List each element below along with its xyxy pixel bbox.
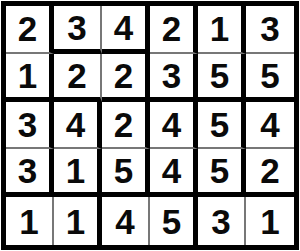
cell-value: 3 bbox=[211, 204, 230, 239]
cell-value: 3 bbox=[67, 10, 86, 45]
cell-r1c5[interactable]: 1 bbox=[198, 6, 246, 54]
cell-r2c4[interactable]: 3 bbox=[150, 54, 198, 102]
cell-value: 4 bbox=[114, 10, 133, 45]
cell-r5c2[interactable]: 1 bbox=[54, 197, 102, 245]
dominosa-board: 234213122355342454315452114531 bbox=[1, 1, 299, 250]
cell-r3c6[interactable]: 4 bbox=[246, 102, 294, 150]
cell-value: 2 bbox=[67, 58, 86, 93]
cell-r2c5[interactable]: 5 bbox=[198, 54, 246, 102]
cell-r3c1[interactable]: 3 bbox=[6, 102, 54, 150]
cell-value: 5 bbox=[210, 153, 229, 188]
cell-value: 3 bbox=[18, 107, 37, 142]
cell-r1c4[interactable]: 2 bbox=[150, 6, 198, 54]
cell-value: 4 bbox=[162, 153, 181, 188]
cell-r5c5[interactable]: 3 bbox=[198, 197, 246, 245]
cell-value: 3 bbox=[260, 11, 279, 46]
cell-value: 3 bbox=[162, 58, 181, 93]
cell-value: 2 bbox=[260, 153, 279, 188]
cell-r3c2[interactable]: 4 bbox=[54, 102, 102, 150]
cell-r4c2[interactable]: 1 bbox=[54, 149, 102, 197]
cell-r3c5[interactable]: 5 bbox=[198, 102, 246, 150]
cell-r5c4[interactable]: 5 bbox=[150, 197, 198, 245]
dominosa-diagram: 234213122355342454315452114531 bbox=[0, 0, 300, 251]
cell-r2c6[interactable]: 5 bbox=[246, 54, 294, 102]
cell-r5c3[interactable]: 4 bbox=[102, 197, 150, 245]
cell-r1c2[interactable]: 3 bbox=[54, 6, 102, 54]
cell-value: 2 bbox=[114, 107, 133, 142]
cell-value: 1 bbox=[19, 204, 38, 239]
cell-value: 1 bbox=[18, 58, 37, 93]
cell-value: 1 bbox=[210, 11, 229, 46]
cell-r3c3[interactable]: 2 bbox=[102, 102, 150, 150]
cell-value: 2 bbox=[18, 11, 37, 46]
cell-value: 5 bbox=[260, 58, 279, 93]
cell-value: 4 bbox=[115, 204, 134, 239]
cell-r2c2[interactable]: 2 bbox=[54, 54, 102, 102]
cell-r5c6[interactable]: 1 bbox=[246, 197, 294, 245]
cell-value: 5 bbox=[210, 107, 229, 142]
cell-r1c3[interactable]: 4 bbox=[102, 6, 150, 54]
cell-value: 5 bbox=[210, 58, 229, 93]
cell-r1c6[interactable]: 3 bbox=[246, 6, 294, 54]
cell-r2c3[interactable]: 2 bbox=[102, 54, 150, 102]
cell-r4c1[interactable]: 3 bbox=[6, 149, 54, 197]
cell-value: 4 bbox=[66, 107, 85, 142]
cell-r1c1[interactable]: 2 bbox=[6, 6, 54, 54]
cell-r4c6[interactable]: 2 bbox=[246, 149, 294, 197]
cell-r3c4[interactable]: 4 bbox=[150, 102, 198, 150]
cell-r4c4[interactable]: 4 bbox=[150, 149, 198, 197]
cell-value: 5 bbox=[162, 204, 181, 239]
cell-value: 5 bbox=[114, 153, 133, 188]
cell-r5c1[interactable]: 1 bbox=[6, 197, 54, 245]
cell-value: 2 bbox=[162, 11, 181, 46]
cell-value: 1 bbox=[260, 204, 279, 239]
cell-value: 4 bbox=[260, 107, 279, 142]
cell-r4c3[interactable]: 5 bbox=[102, 149, 150, 197]
cell-r2c1[interactable]: 1 bbox=[6, 54, 54, 102]
cell-value: 2 bbox=[114, 58, 133, 93]
cell-r4c5[interactable]: 5 bbox=[198, 149, 246, 197]
cell-value: 3 bbox=[18, 153, 37, 188]
cell-value: 4 bbox=[162, 107, 181, 142]
cell-value: 1 bbox=[66, 153, 85, 188]
cell-value: 1 bbox=[66, 204, 85, 239]
